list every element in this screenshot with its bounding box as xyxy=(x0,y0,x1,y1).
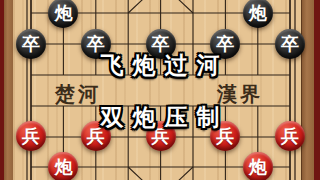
xiangqi-app-screen: 楚河 漢界 炮炮卒卒卒卒卒兵兵兵兵兵炮炮 飞炮过河 双炮压制 xyxy=(0,0,320,180)
river-label-chu-he: 楚河 xyxy=(55,81,101,103)
river-label-han-jie: 漢界 xyxy=(217,81,263,103)
caption-fei-pao-guo-he: 飞炮过河 xyxy=(0,50,320,81)
piece-red-cannon[interactable]: 炮 xyxy=(48,152,78,180)
piece-black-cannon[interactable]: 炮 xyxy=(243,0,273,28)
piece-red-cannon[interactable]: 炮 xyxy=(243,152,273,180)
caption-shuang-pao-ya-zhi: 双炮压制 xyxy=(0,102,320,133)
board-grid-lines xyxy=(0,0,320,180)
